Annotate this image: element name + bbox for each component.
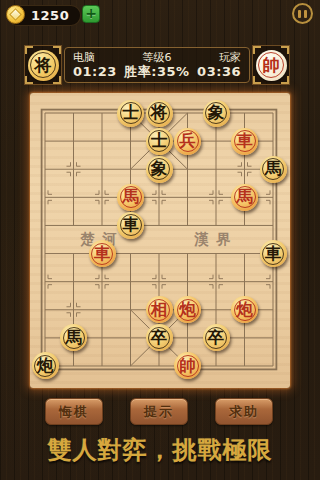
pause-icon [304,10,307,18]
player-avatar-piece: 帥 [256,50,287,81]
piece-red-炮[interactable]: 炮 [174,296,201,323]
piece-red-兵[interactable]: 兵 [174,128,201,155]
piece-red-馬[interactable]: 馬 [117,184,144,211]
slogan-text: 雙人對弈，挑戰極限 [0,434,320,466]
piece-red-帥[interactable]: 帥 [174,352,201,379]
opponent-name: 电脑 [73,52,95,64]
win-rate-label: 胜率:35% [124,65,189,79]
piece-black-炮[interactable]: 炮 [32,352,59,379]
undo-button[interactable]: 悔棋 [45,398,103,425]
piece-red-車[interactable]: 車 [231,128,258,155]
piece-red-炮[interactable]: 炮 [231,296,258,323]
match-info-panel: 电脑 01:23 等级6 胜率:35% 玩家 03:36 [64,47,250,83]
piece-black-卒[interactable]: 卒 [146,324,173,351]
piece-black-卒[interactable]: 卒 [203,324,230,351]
opponent-avatar-piece: 将 [28,50,59,81]
ai-level-label: 等级6 [142,52,171,64]
piece-black-車[interactable]: 車 [117,212,144,239]
piece-black-馬[interactable]: 馬 [60,324,87,351]
help-button[interactable]: 求助 [215,398,273,425]
piece-black-象[interactable]: 象 [203,100,230,127]
piece-red-車[interactable]: 車 [89,240,116,267]
piece-black-象[interactable]: 象 [146,156,173,183]
player-timer: 03:36 [197,65,241,79]
piece-red-相[interactable]: 相 [146,296,173,323]
add-coins-button[interactable]: + [82,5,100,23]
piece-black-将[interactable]: 将 [146,100,173,127]
piece-black-馬[interactable]: 馬 [260,156,287,183]
coin-icon [6,5,25,24]
piece-black-士[interactable]: 士 [117,100,144,127]
player-name: 玩家 [219,52,241,64]
xiangqi-board[interactable]: 楚河漢界 士将象士兵車象馬馬馬車車車相炮炮馬卒卒炮帥 [30,93,290,388]
coin-balance: 1250 [7,5,81,26]
opponent-timer: 01:23 [73,65,117,79]
opponent-avatar: 将 [24,45,62,85]
player-avatar: 帥 [252,45,290,85]
pause-icon [298,10,301,18]
app-root: 1250 + 将 电脑 01:23 等级6 胜率:35% 玩家 03:36 帥 … [0,0,320,480]
pause-button[interactable] [292,3,313,24]
piece-black-士[interactable]: 士 [146,128,173,155]
piece-black-車[interactable]: 車 [260,240,287,267]
piece-red-馬[interactable]: 馬 [231,184,258,211]
hint-button[interactable]: 提示 [130,398,188,425]
coin-diamond-glyph [9,8,22,21]
pieces-layer: 士将象士兵車象馬馬馬車車車相炮炮馬卒卒炮帥 [30,93,290,388]
coin-amount: 1250 [31,8,69,23]
